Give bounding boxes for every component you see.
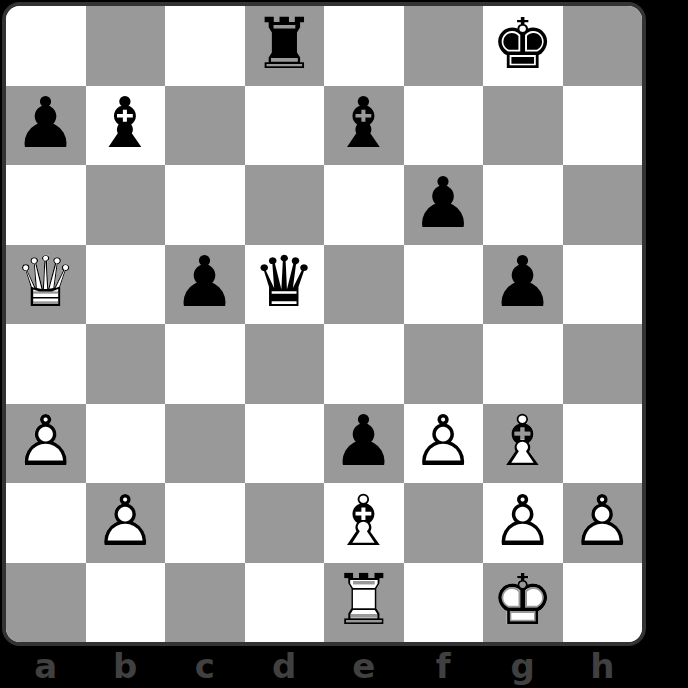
square-b6[interactable]: [86, 165, 166, 245]
square-g3[interactable]: ♝♗: [483, 404, 563, 484]
square-h6[interactable]: [563, 165, 643, 245]
square-f7[interactable]: [404, 86, 484, 166]
square-d5[interactable]: ♛: [245, 245, 325, 325]
piece-outline-layer: ♙: [483, 481, 563, 561]
square-c4[interactable]: [165, 324, 245, 404]
black-queen[interactable]: ♛: [245, 245, 325, 325]
square-h1[interactable]: [563, 563, 643, 643]
white-bishop[interactable]: ♝♗: [324, 483, 404, 563]
square-f3[interactable]: ♟♙: [404, 404, 484, 484]
white-queen[interactable]: ♛♕: [6, 245, 86, 325]
square-f4[interactable]: [404, 324, 484, 404]
square-b7[interactable]: ♝: [86, 86, 166, 166]
square-g6[interactable]: [483, 165, 563, 245]
piece-outline-layer: ♗: [324, 481, 404, 561]
square-c1[interactable]: [165, 563, 245, 643]
piece-fill-layer: ♜: [245, 4, 325, 84]
square-d3[interactable]: [245, 404, 325, 484]
square-a6[interactable]: [6, 165, 86, 245]
square-g1[interactable]: ♚♔: [483, 563, 563, 643]
square-c5[interactable]: ♟: [165, 245, 245, 325]
white-pawn[interactable]: ♟♙: [483, 483, 563, 563]
square-a5[interactable]: ♛♕: [6, 245, 86, 325]
square-a1[interactable]: [6, 563, 86, 643]
black-pawn[interactable]: ♟: [324, 404, 404, 484]
square-c7[interactable]: [165, 86, 245, 166]
square-e1[interactable]: ♜♖: [324, 563, 404, 643]
file-label-b: b: [86, 646, 166, 686]
file-label-h: h: [563, 646, 643, 686]
square-h2[interactable]: ♟♙: [563, 483, 643, 563]
piece-fill-layer: ♚: [483, 4, 563, 84]
chess-board: ♜♚♟♝♝♟♛♕♟♛♟♟♙♟♟♙♝♗♟♙♝♗♟♙♟♙♜♖♚♔: [2, 2, 646, 646]
file-label-c: c: [165, 646, 245, 686]
piece-fill-layer: ♟: [404, 163, 484, 243]
square-c8[interactable]: [165, 6, 245, 86]
piece-outline-layer: ♙: [404, 402, 484, 482]
square-d6[interactable]: [245, 165, 325, 245]
square-e5[interactable]: [324, 245, 404, 325]
square-e6[interactable]: [324, 165, 404, 245]
white-rook[interactable]: ♜♖: [324, 563, 404, 643]
square-g4[interactable]: [483, 324, 563, 404]
piece-fill-layer: ♝: [324, 84, 404, 164]
file-label-row: a b c d e f g h: [6, 646, 642, 686]
square-d4[interactable]: [245, 324, 325, 404]
square-h5[interactable]: [563, 245, 643, 325]
square-b1[interactable]: [86, 563, 166, 643]
square-f6[interactable]: ♟: [404, 165, 484, 245]
square-b5[interactable]: [86, 245, 166, 325]
square-b4[interactable]: [86, 324, 166, 404]
square-g2[interactable]: ♟♙: [483, 483, 563, 563]
square-d7[interactable]: [245, 86, 325, 166]
square-a7[interactable]: ♟: [6, 86, 86, 166]
black-pawn[interactable]: ♟: [165, 245, 245, 325]
square-e3[interactable]: ♟: [324, 404, 404, 484]
square-e8[interactable]: [324, 6, 404, 86]
piece-fill-layer: ♟: [483, 243, 563, 323]
square-c2[interactable]: [165, 483, 245, 563]
square-e7[interactable]: ♝: [324, 86, 404, 166]
piece-fill-layer: ♛: [245, 243, 325, 323]
file-label-e: e: [324, 646, 404, 686]
square-f8[interactable]: [404, 6, 484, 86]
square-d1[interactable]: [245, 563, 325, 643]
file-label-a: a: [6, 646, 86, 686]
black-king[interactable]: ♚: [483, 6, 563, 86]
black-rook[interactable]: ♜: [245, 6, 325, 86]
piece-outline-layer: ♗: [483, 402, 563, 482]
piece-outline-layer: ♙: [563, 481, 643, 561]
piece-fill-layer: ♟: [6, 84, 86, 164]
square-g8[interactable]: ♚: [483, 6, 563, 86]
square-h4[interactable]: [563, 324, 643, 404]
square-b8[interactable]: [86, 6, 166, 86]
file-label-g: g: [483, 646, 563, 686]
square-a8[interactable]: [6, 6, 86, 86]
square-g5[interactable]: ♟: [483, 245, 563, 325]
square-a3[interactable]: ♟♙: [6, 404, 86, 484]
white-pawn[interactable]: ♟♙: [6, 404, 86, 484]
black-pawn[interactable]: ♟: [6, 86, 86, 166]
square-h3[interactable]: [563, 404, 643, 484]
piece-fill-layer: ♟: [165, 243, 245, 323]
square-h8[interactable]: [563, 6, 643, 86]
black-bishop[interactable]: ♝: [86, 86, 166, 166]
square-f5[interactable]: [404, 245, 484, 325]
piece-outline-layer: ♙: [6, 402, 86, 482]
piece-outline-layer: ♖: [324, 561, 404, 641]
white-bishop[interactable]: ♝♗: [483, 404, 563, 484]
white-pawn[interactable]: ♟♙: [404, 404, 484, 484]
file-label-f: f: [404, 646, 484, 686]
square-d2[interactable]: [245, 483, 325, 563]
square-b3[interactable]: [86, 404, 166, 484]
square-f2[interactable]: [404, 483, 484, 563]
white-pawn[interactable]: ♟♙: [86, 483, 166, 563]
file-label-d: d: [245, 646, 325, 686]
square-b2[interactable]: ♟♙: [86, 483, 166, 563]
piece-outline-layer: ♕: [6, 243, 86, 323]
black-pawn[interactable]: ♟: [483, 245, 563, 325]
square-c6[interactable]: [165, 165, 245, 245]
piece-fill-layer: ♝: [86, 84, 166, 164]
piece-outline-layer: ♔: [483, 561, 563, 641]
piece-outline-layer: ♙: [86, 481, 166, 561]
black-bishop[interactable]: ♝: [324, 86, 404, 166]
square-a4[interactable]: [6, 324, 86, 404]
square-d8[interactable]: ♜: [245, 6, 325, 86]
white-king[interactable]: ♚♔: [483, 563, 563, 643]
square-c3[interactable]: [165, 404, 245, 484]
white-pawn[interactable]: ♟♙: [563, 483, 643, 563]
square-f1[interactable]: [404, 563, 484, 643]
chess-board-grid: ♜♚♟♝♝♟♛♕♟♛♟♟♙♟♟♙♝♗♟♙♝♗♟♙♟♙♜♖♚♔: [6, 6, 642, 642]
square-a2[interactable]: [6, 483, 86, 563]
square-g7[interactable]: [483, 86, 563, 166]
piece-fill-layer: ♟: [324, 402, 404, 482]
square-e2[interactable]: ♝♗: [324, 483, 404, 563]
square-h7[interactable]: [563, 86, 643, 166]
black-pawn[interactable]: ♟: [404, 165, 484, 245]
square-e4[interactable]: [324, 324, 404, 404]
